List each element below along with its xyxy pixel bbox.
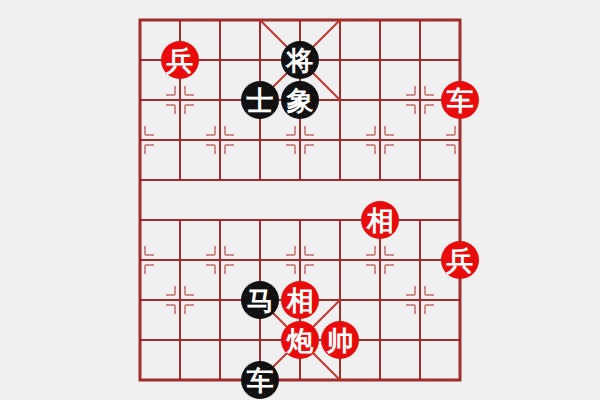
- piece-red-elephant[interactable]: 相: [281, 281, 319, 319]
- xiangqi-board[interactable]: 兵将士象车相兵马相炮帅车: [120, 0, 480, 400]
- piece-red-soldier[interactable]: 兵: [441, 241, 479, 279]
- piece-black-elephant[interactable]: 象: [281, 81, 319, 119]
- piece-red-rook[interactable]: 车: [441, 81, 479, 119]
- piece-black-rook[interactable]: 车: [241, 361, 279, 399]
- xiangqi-app: 兵将士象车相兵马相炮帅车: [0, 0, 600, 400]
- piece-red-cannon[interactable]: 炮: [281, 321, 319, 359]
- piece-black-horse[interactable]: 马: [241, 281, 279, 319]
- piece-black-advisor[interactable]: 士: [241, 81, 279, 119]
- piece-red-king[interactable]: 帅: [321, 321, 359, 359]
- piece-red-soldier[interactable]: 兵: [161, 41, 199, 79]
- piece-red-elephant[interactable]: 相: [361, 201, 399, 239]
- piece-black-general[interactable]: 将: [281, 41, 319, 79]
